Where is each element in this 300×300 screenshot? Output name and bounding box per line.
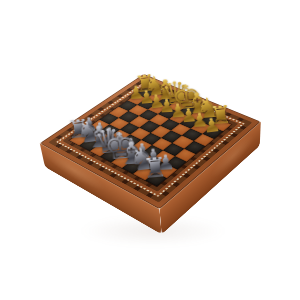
gold-pawn-glyph: ♟ [202, 114, 221, 135]
chess-set-photo: ♜♞♝♛♚♝♞♜♟♟♟♟♟♟♟♟♟♟♟♟♟♟♟♟♜♞♝♛♚♝♞♜ [0, 0, 300, 300]
chess-board-box: ♜♞♝♛♚♝♞♜♟♟♟♟♟♟♟♟♟♟♟♟♟♟♟♟♜♞♝♛♚♝♞♜ [39, 74, 260, 209]
silver-rook-glyph: ♜ [141, 152, 168, 181]
